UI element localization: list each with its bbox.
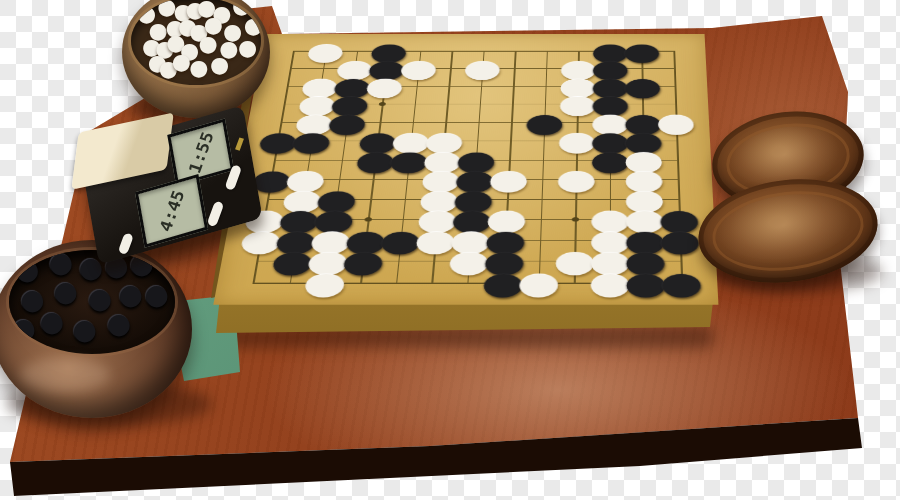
- white-bowl-opening: ●●●●●●●●●●●●●●●●●●●●●●●●●●: [131, 0, 261, 85]
- white-stone-r8c10[interactable]: ●: [558, 169, 595, 190]
- white-stone-in-bowl[interactable]: ●: [189, 57, 208, 79]
- clock-bottom-display: 4:45: [135, 174, 208, 248]
- go-game-scene: ●●●●●●●●●●●●●●●●●●●●●●●●●●●●●●●●●●●●●●●●…: [0, 0, 900, 500]
- white-stone-in-bowl[interactable]: ●: [244, 15, 261, 37]
- black-stone-in-bowl[interactable]: ●: [72, 316, 96, 344]
- black-stone-r6c2[interactable]: ●: [292, 131, 331, 151]
- clock-button[interactable]: [118, 232, 134, 255]
- black-stone-in-bowl[interactable]: ●: [118, 281, 142, 309]
- black-stone-in-bowl[interactable]: ●: [15, 256, 39, 284]
- white-stone-r5c13[interactable]: ●: [658, 112, 694, 132]
- black-stone-bowl[interactable]: ●●●●●●●●●●●●●●: [0, 240, 192, 418]
- white-stone-in-bowl[interactable]: ●: [210, 54, 229, 76]
- bowl-highlight: [20, 358, 110, 392]
- hoshi-point: [572, 217, 579, 221]
- clock-button[interactable]: [207, 201, 225, 228]
- clock-bottom-time: 4:45: [155, 188, 188, 234]
- white-stone-r2c7[interactable]: ●: [465, 59, 501, 78]
- black-stone-in-bowl[interactable]: ●: [53, 278, 77, 306]
- white-stone-in-bowl[interactable]: ●: [238, 37, 257, 59]
- clock-top-display: 1:55: [167, 119, 234, 187]
- go-board-13x13[interactable]: ●●●●●●●●●●●●●●●●●●●●●●●●●●●●●●●●●●●●●●●●…: [213, 34, 718, 305]
- black-stone-in-bowl[interactable]: ●: [40, 308, 64, 336]
- clock-top-time: 1:55: [184, 129, 217, 175]
- black-stone-in-bowl[interactable]: ●: [145, 281, 169, 309]
- clock-brand-label: [235, 137, 244, 150]
- black-bowl-opening: ●●●●●●●●●●●●●●: [9, 250, 175, 354]
- black-stone-in-bowl[interactable]: ●: [107, 310, 131, 338]
- black-stone-in-bowl[interactable]: ●: [49, 250, 73, 277]
- white-stone-r13c3[interactable]: ●: [304, 271, 346, 294]
- black-stone-r13c13[interactable]: ●: [662, 271, 701, 294]
- white-stone-r13c9[interactable]: ●: [519, 271, 558, 294]
- go-board-3d-wrapper: ●●●●●●●●●●●●●●●●●●●●●●●●●●●●●●●●●●●●●●●●…: [213, 34, 718, 305]
- black-stone-in-bowl[interactable]: ●: [12, 315, 36, 343]
- white-stone-r2c5[interactable]: ●: [400, 59, 436, 78]
- clock-rocker-arm[interactable]: [71, 112, 173, 189]
